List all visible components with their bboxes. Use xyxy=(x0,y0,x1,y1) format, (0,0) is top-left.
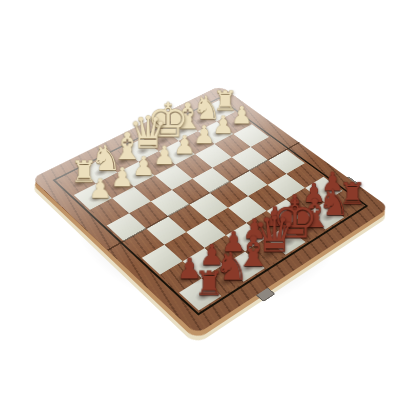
square-a8[interactable]: ♜ xyxy=(179,278,221,310)
board-frame: ♜♞♝♛♚♝♞♜♟♟♟♟♟♟♟♟♟♟♟♟♟♟♟♟♜♞♝♛♚♝♞♜ xyxy=(31,86,389,335)
chess-board: ♜♞♝♛♚♝♞♜♟♟♟♟♟♟♟♟♟♟♟♟♟♟♟♟♜♞♝♛♚♝♞♜ xyxy=(31,86,389,335)
piece-anchor: ♜ xyxy=(179,278,221,310)
piece-black-rook[interactable]: ♜ xyxy=(173,267,245,301)
square-d4[interactable] xyxy=(172,179,210,205)
playing-area: ♜♞♝♛♚♝♞♜♟♟♟♟♟♟♟♟♟♟♟♟♟♟♟♟♜♞♝♛♚♝♞♜ xyxy=(52,97,368,315)
piece-white-pawn[interactable]: ♟ xyxy=(67,176,132,203)
squares-grid: ♜♞♝♛♚♝♞♜♟♟♟♟♟♟♟♟♟♟♟♟♟♟♟♟♜♞♝♛♚♝♞♜ xyxy=(58,100,362,310)
product-photo-scene: ♜♞♝♛♚♝♞♜♟♟♟♟♟♟♟♟♟♟♟♟♟♟♟♟♜♞♝♛♚♝♞♜ xyxy=(0,0,400,400)
